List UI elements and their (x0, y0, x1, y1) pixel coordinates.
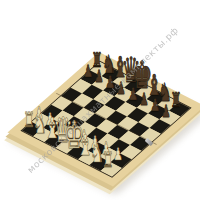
white-pawn: ♟ (113, 146, 122, 163)
black-pawn: ♟ (83, 63, 92, 80)
black-pawn: ♟ (128, 86, 137, 103)
white-rook: ♜ (102, 150, 114, 171)
black-pawn: ♟ (94, 68, 103, 85)
chess-set-photo: ♜♞♝♛♚♝♞♜♟♟♟♟♟♟♟♟♟♟♟♟♟♟♟♟♜♞♝♛♚♝♞♜ московс… (0, 0, 200, 200)
black-pawn: ♟ (139, 91, 148, 108)
black-rook: ♜ (170, 90, 182, 111)
black-pawn: ♟ (162, 103, 171, 120)
black-pawn: ♟ (150, 97, 159, 114)
